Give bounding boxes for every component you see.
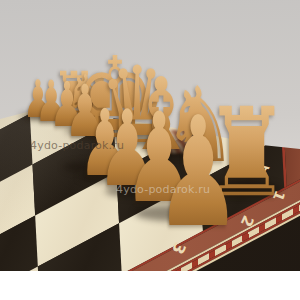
watermark: 4ydo-podarok.ru — [116, 183, 210, 196]
piece-white-pawn-8: ♟ — [154, 97, 241, 249]
letterbox-white-strip — [0, 271, 300, 300]
board-square — [0, 165, 35, 259]
chess-set-product-photo: 3 2 1 A 4ydo-podarok.ru 4ydo-podarok.ru … — [0, 0, 300, 300]
watermark: 4ydo-podarok.ru — [30, 139, 124, 152]
